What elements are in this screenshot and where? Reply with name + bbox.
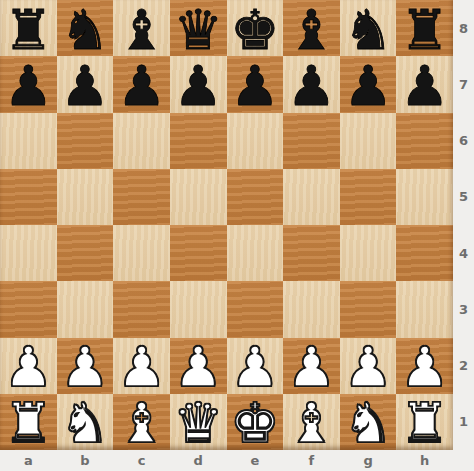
piece-black-rook[interactable]: ♜ bbox=[400, 3, 449, 58]
piece-black-bishop[interactable]: ♝ bbox=[287, 3, 336, 58]
square-a6[interactable] bbox=[0, 113, 57, 169]
piece-black-pawn[interactable]: ♟ bbox=[343, 59, 392, 114]
piece-white-king[interactable]: ♚ bbox=[230, 396, 279, 451]
rank-label-8: 8 bbox=[453, 0, 474, 56]
square-a3[interactable] bbox=[0, 281, 57, 337]
square-e1[interactable]: ♚ bbox=[227, 394, 284, 450]
piece-white-pawn[interactable]: ♟ bbox=[230, 340, 279, 395]
square-b4[interactable] bbox=[57, 225, 114, 281]
square-h3[interactable] bbox=[396, 281, 453, 337]
square-f5[interactable] bbox=[283, 169, 340, 225]
piece-black-pawn[interactable]: ♟ bbox=[400, 59, 449, 114]
file-label-c: c bbox=[113, 450, 170, 471]
piece-white-pawn[interactable]: ♟ bbox=[287, 340, 336, 395]
rank-labels: 87654321 bbox=[453, 0, 474, 450]
file-label-f: f bbox=[283, 450, 340, 471]
square-f1[interactable]: ♝ bbox=[283, 394, 340, 450]
square-d7[interactable]: ♟ bbox=[170, 56, 227, 112]
square-e6[interactable] bbox=[227, 113, 284, 169]
piece-black-pawn[interactable]: ♟ bbox=[174, 59, 223, 114]
rank-label-1: 1 bbox=[453, 394, 474, 450]
square-f3[interactable] bbox=[283, 281, 340, 337]
square-g6[interactable] bbox=[340, 113, 397, 169]
piece-black-knight[interactable]: ♞ bbox=[343, 3, 392, 58]
rank-label-4: 4 bbox=[453, 225, 474, 281]
rank-label-6: 6 bbox=[453, 113, 474, 169]
square-h6[interactable] bbox=[396, 113, 453, 169]
square-d8[interactable]: ♛ bbox=[170, 0, 227, 56]
piece-black-pawn[interactable]: ♟ bbox=[287, 59, 336, 114]
square-f4[interactable] bbox=[283, 225, 340, 281]
square-b7[interactable]: ♟ bbox=[57, 56, 114, 112]
file-label-e: e bbox=[227, 450, 284, 471]
square-a4[interactable] bbox=[0, 225, 57, 281]
piece-black-pawn[interactable]: ♟ bbox=[117, 59, 166, 114]
square-h4[interactable] bbox=[396, 225, 453, 281]
square-e5[interactable] bbox=[227, 169, 284, 225]
file-labels: abcdefgh bbox=[0, 450, 453, 471]
square-h2[interactable]: ♟ bbox=[396, 338, 453, 394]
square-h7[interactable]: ♟ bbox=[396, 56, 453, 112]
square-c2[interactable]: ♟ bbox=[113, 338, 170, 394]
piece-white-bishop[interactable]: ♝ bbox=[287, 396, 336, 451]
square-c1[interactable]: ♝ bbox=[113, 394, 170, 450]
piece-black-bishop[interactable]: ♝ bbox=[117, 3, 166, 58]
square-a5[interactable] bbox=[0, 169, 57, 225]
square-f6[interactable] bbox=[283, 113, 340, 169]
square-c5[interactable] bbox=[113, 169, 170, 225]
square-g4[interactable] bbox=[340, 225, 397, 281]
square-e8[interactable]: ♚ bbox=[227, 0, 284, 56]
piece-white-pawn[interactable]: ♟ bbox=[343, 340, 392, 395]
piece-white-rook[interactable]: ♜ bbox=[400, 396, 449, 451]
piece-black-knight[interactable]: ♞ bbox=[60, 3, 109, 58]
square-g5[interactable] bbox=[340, 169, 397, 225]
piece-black-pawn[interactable]: ♟ bbox=[60, 59, 109, 114]
piece-black-pawn[interactable]: ♟ bbox=[4, 59, 53, 114]
square-d5[interactable] bbox=[170, 169, 227, 225]
coordinate-corner bbox=[453, 450, 474, 471]
square-g3[interactable] bbox=[340, 281, 397, 337]
square-d6[interactable] bbox=[170, 113, 227, 169]
piece-black-rook[interactable]: ♜ bbox=[4, 3, 53, 58]
square-g8[interactable]: ♞ bbox=[340, 0, 397, 56]
square-a1[interactable]: ♜ bbox=[0, 394, 57, 450]
square-h1[interactable]: ♜ bbox=[396, 394, 453, 450]
square-c4[interactable] bbox=[113, 225, 170, 281]
chess-board: ♜♞♝♛♚♝♞♜♟♟♟♟♟♟♟♟♟♟♟♟♟♟♟♟♜♞♝♛♚♝♞♜ bbox=[0, 0, 453, 450]
file-label-a: a bbox=[0, 450, 57, 471]
square-c8[interactable]: ♝ bbox=[113, 0, 170, 56]
chess-app: ♜♞♝♛♚♝♞♜♟♟♟♟♟♟♟♟♟♟♟♟♟♟♟♟♜♞♝♛♚♝♞♜ 8765432… bbox=[0, 0, 474, 471]
square-a7[interactable]: ♟ bbox=[0, 56, 57, 112]
piece-white-rook[interactable]: ♜ bbox=[4, 396, 53, 451]
piece-black-pawn[interactable]: ♟ bbox=[230, 59, 279, 114]
square-f2[interactable]: ♟ bbox=[283, 338, 340, 394]
square-d2[interactable]: ♟ bbox=[170, 338, 227, 394]
square-e3[interactable] bbox=[227, 281, 284, 337]
file-label-d: d bbox=[170, 450, 227, 471]
square-g7[interactable]: ♟ bbox=[340, 56, 397, 112]
square-f8[interactable]: ♝ bbox=[283, 0, 340, 56]
square-b3[interactable] bbox=[57, 281, 114, 337]
piece-white-bishop[interactable]: ♝ bbox=[117, 396, 166, 451]
rank-label-7: 7 bbox=[453, 56, 474, 112]
square-a8[interactable]: ♜ bbox=[0, 0, 57, 56]
square-c6[interactable] bbox=[113, 113, 170, 169]
square-d1[interactable]: ♛ bbox=[170, 394, 227, 450]
rank-label-2: 2 bbox=[453, 338, 474, 394]
square-e2[interactable]: ♟ bbox=[227, 338, 284, 394]
square-c3[interactable] bbox=[113, 281, 170, 337]
square-b8[interactable]: ♞ bbox=[57, 0, 114, 56]
square-e7[interactable]: ♟ bbox=[227, 56, 284, 112]
square-b5[interactable] bbox=[57, 169, 114, 225]
rank-label-5: 5 bbox=[453, 169, 474, 225]
piece-white-queen[interactable]: ♛ bbox=[174, 396, 223, 451]
file-label-h: h bbox=[396, 450, 453, 471]
square-b6[interactable] bbox=[57, 113, 114, 169]
piece-white-pawn[interactable]: ♟ bbox=[117, 340, 166, 395]
piece-black-queen[interactable]: ♛ bbox=[174, 3, 223, 58]
square-f7[interactable]: ♟ bbox=[283, 56, 340, 112]
square-b2[interactable]: ♟ bbox=[57, 338, 114, 394]
square-c7[interactable]: ♟ bbox=[113, 56, 170, 112]
square-b1[interactable]: ♞ bbox=[57, 394, 114, 450]
square-h8[interactable]: ♜ bbox=[396, 0, 453, 56]
square-e4[interactable] bbox=[227, 225, 284, 281]
piece-white-pawn[interactable]: ♟ bbox=[400, 340, 449, 395]
file-label-g: g bbox=[340, 450, 397, 471]
piece-white-pawn[interactable]: ♟ bbox=[60, 340, 109, 395]
square-a2[interactable]: ♟ bbox=[0, 338, 57, 394]
square-d4[interactable] bbox=[170, 225, 227, 281]
square-d3[interactable] bbox=[170, 281, 227, 337]
square-g2[interactable]: ♟ bbox=[340, 338, 397, 394]
piece-white-knight[interactable]: ♞ bbox=[343, 396, 392, 451]
rank-label-3: 3 bbox=[453, 281, 474, 337]
square-g1[interactable]: ♞ bbox=[340, 394, 397, 450]
piece-white-knight[interactable]: ♞ bbox=[60, 396, 109, 451]
piece-white-pawn[interactable]: ♟ bbox=[4, 340, 53, 395]
piece-white-pawn[interactable]: ♟ bbox=[174, 340, 223, 395]
piece-black-king[interactable]: ♚ bbox=[230, 3, 279, 58]
square-h5[interactable] bbox=[396, 169, 453, 225]
file-label-b: b bbox=[57, 450, 114, 471]
